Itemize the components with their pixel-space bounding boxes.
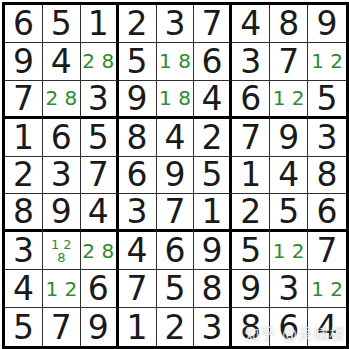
cell-r7c2[interactable]: 1 28 xyxy=(43,232,81,270)
cell-value: 4 xyxy=(164,121,185,154)
cell-value: 9 xyxy=(51,195,72,228)
cell-candidates: 1 2 xyxy=(273,88,305,108)
cell-value: 5 xyxy=(317,82,338,115)
cell-r7c1[interactable]: 3 xyxy=(5,232,43,270)
cell-value: 6 xyxy=(317,195,338,228)
cell-value: 8 xyxy=(240,311,261,344)
cell-value: 4 xyxy=(201,82,222,115)
cell-r5c1[interactable]: 2 xyxy=(5,157,43,195)
cell-value: 7 xyxy=(13,82,34,115)
cell-value: 2 xyxy=(201,121,222,154)
cell-value: 8 xyxy=(13,195,34,228)
cell-r3c5[interactable]: 1 8 xyxy=(157,81,195,119)
cell-r6c6[interactable]: 1 xyxy=(194,194,232,232)
cell-r3c4[interactable]: 9 xyxy=(119,81,157,119)
cell-candidates: 1 2 xyxy=(45,279,77,299)
cell-value: 7 xyxy=(127,272,148,305)
cell-r7c5[interactable]: 6 xyxy=(157,232,195,270)
cell-candidates: 2 8 xyxy=(82,51,114,71)
cell-r4c5[interactable]: 4 xyxy=(157,119,195,157)
cell-value: 7 xyxy=(240,121,261,154)
cell-r1c7[interactable]: 4 xyxy=(232,5,270,43)
cell-value: 9 xyxy=(88,311,109,344)
cell-r8c2[interactable]: 1 2 xyxy=(43,270,81,308)
cell-r6c1[interactable]: 8 xyxy=(5,194,43,232)
cell-value: 9 xyxy=(164,158,185,191)
cell-value: 4 xyxy=(88,195,109,228)
cell-value: 7 xyxy=(164,195,185,228)
cell-r4c3[interactable]: 5 xyxy=(81,119,119,157)
cell-value: 3 xyxy=(317,121,338,154)
cell-r6c7[interactable]: 2 xyxy=(232,194,270,232)
cell-r3c9[interactable]: 5 xyxy=(308,81,346,119)
cell-value: 5 xyxy=(240,234,261,267)
cell-r5c5[interactable]: 9 xyxy=(157,157,195,195)
cell-value: 1 xyxy=(13,121,34,154)
cell-r1c3[interactable]: 1 xyxy=(81,5,119,43)
cell-candidates: 1 2 xyxy=(311,279,343,299)
cell-value: 5 xyxy=(201,158,222,191)
cell-value: 8 xyxy=(317,158,338,191)
cell-value: 2 xyxy=(164,311,185,344)
cell-r4c4[interactable]: 8 xyxy=(119,119,157,157)
cell-r6c5[interactable]: 7 xyxy=(157,194,195,232)
cell-value: 3 xyxy=(278,272,299,305)
cell-value: 9 xyxy=(278,121,299,154)
cell-r2c1[interactable]: 9 xyxy=(5,43,43,81)
cell-r5c2[interactable]: 3 xyxy=(43,157,81,195)
cell-value: 7 xyxy=(317,234,338,267)
cell-r6c9[interactable]: 6 xyxy=(308,194,346,232)
cell-r8c7[interactable]: 9 xyxy=(232,270,270,308)
cell-r4c6[interactable]: 2 xyxy=(194,119,232,157)
cell-value: 5 xyxy=(164,272,185,305)
cell-r5c8[interactable]: 4 xyxy=(270,157,308,195)
cell-value: 8 xyxy=(127,121,148,154)
cell-r9c4[interactable]: 1 xyxy=(119,308,157,346)
cell-value: 7 xyxy=(88,158,109,191)
cell-candidates: 2 8 xyxy=(45,88,77,108)
cell-value: 3 xyxy=(201,311,222,344)
cell-r9c1[interactable]: 5 xyxy=(5,308,43,346)
cell-r3c1[interactable]: 7 xyxy=(5,81,43,119)
cell-r8c4[interactable]: 7 xyxy=(119,270,157,308)
cell-value: 5 xyxy=(88,121,109,154)
cell-value: 6 xyxy=(278,311,299,344)
cell-r9c7[interactable]: 8 xyxy=(232,308,270,346)
cell-r5c4[interactable]: 6 xyxy=(119,157,157,195)
cell-value: 4 xyxy=(317,311,338,344)
cell-r8c3[interactable]: 6 xyxy=(81,270,119,308)
cell-r4c1[interactable]: 1 xyxy=(5,119,43,157)
cell-r2c2[interactable]: 4 xyxy=(43,43,81,81)
cell-r7c8[interactable]: 1 2 xyxy=(270,232,308,270)
cell-candidates: 1 2 xyxy=(273,241,305,261)
cell-candidates: 1 2 xyxy=(311,51,343,71)
cell-candidates: 1 8 xyxy=(159,88,191,108)
cell-value: 3 xyxy=(51,158,72,191)
cell-r9c9[interactable]: 4 xyxy=(308,308,346,346)
cell-r9c2[interactable]: 7 xyxy=(43,308,81,346)
cell-r5c7[interactable]: 1 xyxy=(232,157,270,195)
cell-r2c4[interactable]: 5 xyxy=(119,43,157,81)
cell-value: 8 xyxy=(278,7,299,40)
cell-r1c9[interactable]: 9 xyxy=(308,5,346,43)
cell-value: 4 xyxy=(51,45,72,78)
cell-r1c6[interactable]: 7 xyxy=(194,5,232,43)
cell-value: 2 xyxy=(127,7,148,40)
cell-value: 5 xyxy=(127,45,148,78)
cell-r9c3[interactable]: 9 xyxy=(81,308,119,346)
cell-r3c2[interactable]: 2 8 xyxy=(43,81,81,119)
cell-r7c3[interactable]: 2 8 xyxy=(81,232,119,270)
cell-r2c9[interactable]: 1 2 xyxy=(308,43,346,81)
sudoku-grid: 651237489942 851 86371 272 8391 8461 251… xyxy=(2,2,349,349)
cell-value: 4 xyxy=(240,7,261,40)
cell-r8c8[interactable]: 3 xyxy=(270,270,308,308)
cell-r4c7[interactable]: 7 xyxy=(232,119,270,157)
cell-r6c2[interactable]: 9 xyxy=(43,194,81,232)
cell-r1c4[interactable]: 2 xyxy=(119,5,157,43)
cell-r8c1[interactable]: 4 xyxy=(5,270,43,308)
cell-r6c8[interactable]: 5 xyxy=(270,194,308,232)
cell-r2c6[interactable]: 6 xyxy=(194,43,232,81)
cell-r6c3[interactable]: 4 xyxy=(81,194,119,232)
cell-r8c5[interactable]: 5 xyxy=(157,270,195,308)
cell-r2c5[interactable]: 1 8 xyxy=(157,43,195,81)
cell-r1c5[interactable]: 3 xyxy=(157,5,195,43)
cell-r7c4[interactable]: 4 xyxy=(119,232,157,270)
cell-value: 1 xyxy=(201,195,222,228)
cell-r7c6[interactable]: 9 xyxy=(194,232,232,270)
cell-r4c9[interactable]: 3 xyxy=(308,119,346,157)
cell-r4c2[interactable]: 6 xyxy=(43,119,81,157)
cell-value: 9 xyxy=(240,272,261,305)
cell-value: 3 xyxy=(240,45,261,78)
cell-value: 5 xyxy=(278,195,299,228)
cell-r3c3[interactable]: 3 xyxy=(81,81,119,119)
cell-r5c3[interactable]: 7 xyxy=(81,157,119,195)
cell-value: 6 xyxy=(164,234,185,267)
cell-r7c7[interactable]: 5 xyxy=(232,232,270,270)
cell-value: 3 xyxy=(164,7,185,40)
cell-r6c4[interactable]: 3 xyxy=(119,194,157,232)
cell-r9c8[interactable]: 6 xyxy=(270,308,308,346)
cell-value: 3 xyxy=(127,195,148,228)
cell-r3c6[interactable]: 4 xyxy=(194,81,232,119)
cell-value: 6 xyxy=(127,158,148,191)
cell-value: 3 xyxy=(13,234,34,267)
cell-value: 1 xyxy=(240,158,261,191)
cell-value: 9 xyxy=(127,82,148,115)
cell-value: 4 xyxy=(13,272,34,305)
cell-value: 5 xyxy=(13,311,34,344)
cell-r4c8[interactable]: 9 xyxy=(270,119,308,157)
cell-value: 1 xyxy=(88,7,109,40)
cell-value: 8 xyxy=(201,272,222,305)
cell-value: 7 xyxy=(51,311,72,344)
cell-r9c6[interactable]: 3 xyxy=(194,308,232,346)
cell-r5c6[interactable]: 5 xyxy=(194,157,232,195)
cell-r5c9[interactable]: 8 xyxy=(308,157,346,195)
cell-r1c8[interactable]: 8 xyxy=(270,5,308,43)
cell-value: 6 xyxy=(201,45,222,78)
cell-r8c9[interactable]: 1 2 xyxy=(308,270,346,308)
cell-value: 4 xyxy=(278,158,299,191)
cell-value: 3 xyxy=(88,82,109,115)
cell-value: 6 xyxy=(240,82,261,115)
cell-candidates: 2 8 xyxy=(82,241,114,261)
cell-value: 6 xyxy=(88,272,109,305)
cell-value: 9 xyxy=(201,234,222,267)
sudoku-board-stage: 651237489942 851 86371 272 8391 8461 251… xyxy=(0,0,349,349)
cell-candidates: 1 8 xyxy=(159,51,191,71)
cell-value: 4 xyxy=(127,234,148,267)
cell-r8c6[interactable]: 8 xyxy=(194,270,232,308)
cell-value: 7 xyxy=(201,7,222,40)
cell-r2c7[interactable]: 3 xyxy=(232,43,270,81)
cell-value: 6 xyxy=(51,121,72,154)
cell-value: 9 xyxy=(317,7,338,40)
cell-r7c9[interactable]: 7 xyxy=(308,232,346,270)
cell-candidates: 1 28 xyxy=(51,238,72,264)
cell-r3c8[interactable]: 1 2 xyxy=(270,81,308,119)
cell-value: 2 xyxy=(240,195,261,228)
cell-value: 7 xyxy=(278,45,299,78)
cell-r2c3[interactable]: 2 8 xyxy=(81,43,119,81)
cell-value: 2 xyxy=(13,158,34,191)
cell-r1c1[interactable]: 6 xyxy=(5,5,43,43)
cell-value: 6 xyxy=(13,7,34,40)
cell-r2c8[interactable]: 7 xyxy=(270,43,308,81)
cell-value: 9 xyxy=(13,45,34,78)
cell-value: 5 xyxy=(51,7,72,40)
cell-r3c7[interactable]: 6 xyxy=(232,81,270,119)
cell-value: 1 xyxy=(127,311,148,344)
cell-r9c5[interactable]: 2 xyxy=(157,308,195,346)
cell-r1c2[interactable]: 5 xyxy=(43,5,81,43)
